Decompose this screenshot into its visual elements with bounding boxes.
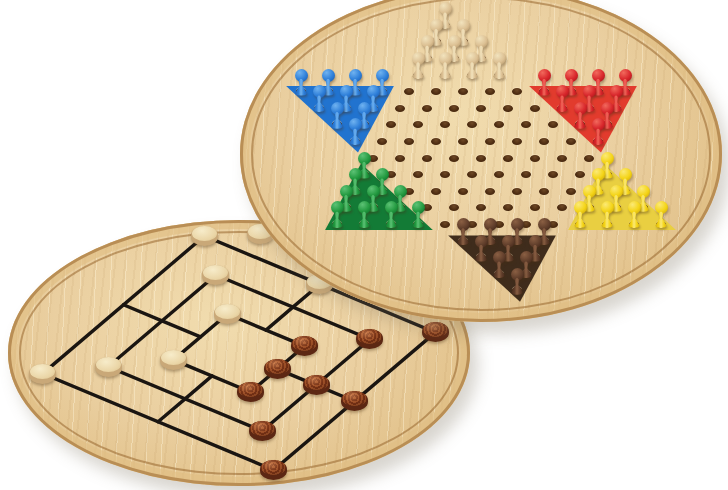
peg-body bbox=[491, 261, 507, 278]
peg-body bbox=[536, 79, 552, 96]
peg-body bbox=[347, 128, 363, 145]
peg-hole bbox=[557, 204, 567, 211]
peg-hole bbox=[476, 155, 486, 162]
peg-hole bbox=[458, 88, 468, 95]
peg-green[interactable] bbox=[383, 201, 399, 228]
peg-dark_brown[interactable] bbox=[455, 218, 471, 245]
peg-body bbox=[311, 95, 327, 112]
disc-light-g7[interactable] bbox=[191, 226, 218, 246]
peg-hole bbox=[404, 88, 414, 95]
peg-hole bbox=[413, 121, 423, 128]
peg-yellow[interactable] bbox=[626, 201, 642, 228]
peg-hole bbox=[530, 105, 540, 112]
peg-hole bbox=[458, 138, 468, 145]
peg-hole bbox=[539, 138, 549, 145]
peg-hole bbox=[467, 121, 477, 128]
disc-dark-a1[interactable] bbox=[260, 460, 287, 480]
peg-green[interactable] bbox=[356, 201, 372, 228]
peg-body bbox=[329, 112, 345, 129]
peg-body bbox=[383, 211, 399, 228]
peg-hole bbox=[422, 155, 432, 162]
peg-dark_brown[interactable] bbox=[473, 235, 489, 262]
peg-hole bbox=[503, 155, 513, 162]
peg-hole bbox=[530, 155, 540, 162]
peg-hole bbox=[512, 88, 522, 95]
peg-body bbox=[410, 211, 426, 228]
peg-body bbox=[554, 95, 570, 112]
peg-hole bbox=[449, 204, 459, 211]
peg-yellow[interactable] bbox=[572, 201, 588, 228]
peg-hole bbox=[440, 221, 450, 228]
morris-line bbox=[108, 275, 370, 431]
peg-body bbox=[473, 245, 489, 262]
peg-hole bbox=[485, 188, 495, 195]
peg-body bbox=[329, 211, 345, 228]
peg-body bbox=[410, 62, 426, 79]
peg-hole bbox=[431, 138, 441, 145]
peg-natural[interactable] bbox=[491, 52, 507, 79]
peg-body bbox=[509, 278, 525, 295]
disc-dark-d3[interactable] bbox=[264, 359, 291, 379]
peg-hole bbox=[395, 155, 405, 162]
peg-hole bbox=[530, 204, 540, 211]
peg-hole bbox=[449, 155, 459, 162]
disc-light-b6[interactable] bbox=[95, 357, 122, 377]
peg-body bbox=[293, 79, 309, 96]
peg-red[interactable] bbox=[554, 85, 570, 112]
morris-line bbox=[174, 314, 305, 392]
peg-hole bbox=[485, 88, 495, 95]
peg-yellow[interactable] bbox=[653, 201, 669, 228]
peg-hole bbox=[440, 121, 450, 128]
peg-hole bbox=[566, 138, 576, 145]
peg-hole bbox=[548, 171, 558, 178]
peg-hole bbox=[404, 138, 414, 145]
peg-hole bbox=[521, 171, 531, 178]
peg-dark_brown[interactable] bbox=[491, 251, 507, 278]
peg-red[interactable] bbox=[572, 102, 588, 129]
peg-hole bbox=[431, 188, 441, 195]
peg-hole bbox=[440, 171, 450, 178]
peg-hole bbox=[431, 88, 441, 95]
peg-body bbox=[464, 62, 480, 79]
peg-hole bbox=[377, 138, 387, 145]
peg-hole bbox=[413, 171, 423, 178]
peg-body bbox=[356, 211, 372, 228]
peg-blue[interactable] bbox=[347, 118, 363, 145]
peg-blue[interactable] bbox=[293, 69, 309, 96]
peg-green[interactable] bbox=[410, 201, 426, 228]
peg-hole bbox=[476, 105, 486, 112]
peg-hole bbox=[557, 155, 567, 162]
peg-hole bbox=[503, 105, 513, 112]
peg-body bbox=[491, 62, 507, 79]
chinese-checkers-board bbox=[240, 0, 722, 322]
morris-line bbox=[124, 305, 201, 337]
peg-hole bbox=[494, 171, 504, 178]
product-photo-scene bbox=[0, 0, 728, 490]
peg-hole bbox=[584, 155, 594, 162]
disc-dark-d2[interactable] bbox=[303, 375, 330, 395]
peg-body bbox=[572, 211, 588, 228]
disc-dark-c3[interactable] bbox=[237, 382, 264, 402]
peg-body bbox=[455, 228, 471, 245]
peg-hole bbox=[386, 121, 396, 128]
peg-natural[interactable] bbox=[410, 52, 426, 79]
peg-body bbox=[653, 211, 669, 228]
disc-dark-g1[interactable] bbox=[422, 322, 449, 342]
disc-dark-f2[interactable] bbox=[356, 329, 383, 349]
disc-light-f6[interactable] bbox=[202, 265, 229, 285]
peg-green[interactable] bbox=[329, 201, 345, 228]
peg-hole bbox=[467, 171, 477, 178]
peg-hole bbox=[521, 121, 531, 128]
disc-dark-e3[interactable] bbox=[291, 336, 318, 356]
peg-body bbox=[572, 112, 588, 129]
disc-dark-b2[interactable] bbox=[249, 421, 276, 441]
disc-light-e5[interactable] bbox=[214, 304, 241, 324]
peg-hole bbox=[512, 188, 522, 195]
peg-blue[interactable] bbox=[311, 85, 327, 112]
peg-hole bbox=[485, 138, 495, 145]
peg-natural[interactable] bbox=[464, 52, 480, 79]
peg-hole bbox=[449, 105, 459, 112]
peg-hole bbox=[575, 171, 585, 178]
morris-line bbox=[158, 376, 212, 422]
peg-hole bbox=[539, 188, 549, 195]
peg-natural[interactable] bbox=[437, 52, 453, 79]
peg-hole bbox=[548, 121, 558, 128]
peg-blue[interactable] bbox=[329, 102, 345, 129]
disc-dark-d1[interactable] bbox=[341, 391, 368, 411]
peg-hole bbox=[512, 138, 522, 145]
peg-body bbox=[590, 128, 606, 145]
peg-hole bbox=[476, 204, 486, 211]
peg-body bbox=[437, 62, 453, 79]
peg-hole bbox=[566, 188, 576, 195]
peg-hole bbox=[458, 188, 468, 195]
peg-hole bbox=[503, 204, 513, 211]
peg-body bbox=[599, 211, 615, 228]
disc-light-a7[interactable] bbox=[29, 364, 56, 384]
peg-hole bbox=[395, 105, 405, 112]
peg-dark_brown[interactable] bbox=[509, 268, 525, 295]
peg-body bbox=[626, 211, 642, 228]
peg-yellow[interactable] bbox=[599, 201, 615, 228]
peg-red[interactable] bbox=[536, 69, 552, 96]
peg-hole bbox=[422, 105, 432, 112]
peg-hole bbox=[494, 121, 504, 128]
peg-red[interactable] bbox=[590, 118, 606, 145]
disc-light-c5[interactable] bbox=[160, 350, 187, 370]
